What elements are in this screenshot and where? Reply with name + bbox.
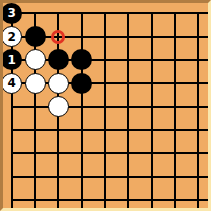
stone-black (48, 49, 69, 70)
stone-white (48, 73, 69, 94)
circle-marker (51, 30, 65, 44)
grid-line-vertical (127, 12, 129, 208)
grid-line-horizontal (11, 176, 208, 178)
stone-black-move-3: 3 (1, 3, 22, 24)
grid-line-horizontal (11, 12, 208, 14)
stone-black-move-1: 1 (1, 49, 22, 70)
grid-line-vertical (81, 12, 83, 208)
stone-black (71, 49, 92, 70)
grid-line-vertical (197, 12, 199, 208)
stone-black (71, 73, 92, 94)
go-board: 3214 (0, 0, 211, 211)
stone-white (25, 49, 46, 70)
grid-line-horizontal (11, 129, 208, 131)
grid-line-vertical (151, 12, 153, 208)
stone-white-move-2: 2 (1, 26, 22, 47)
grid-line-vertical (174, 12, 176, 208)
stone-white-move-4: 4 (1, 73, 22, 94)
stone-black (25, 26, 46, 47)
grid-line-horizontal (11, 199, 208, 201)
grid-line-vertical (104, 12, 106, 208)
grid-line-horizontal (11, 106, 208, 108)
stone-white (48, 96, 69, 117)
stone-white (25, 73, 46, 94)
grid-line-horizontal (11, 152, 208, 154)
